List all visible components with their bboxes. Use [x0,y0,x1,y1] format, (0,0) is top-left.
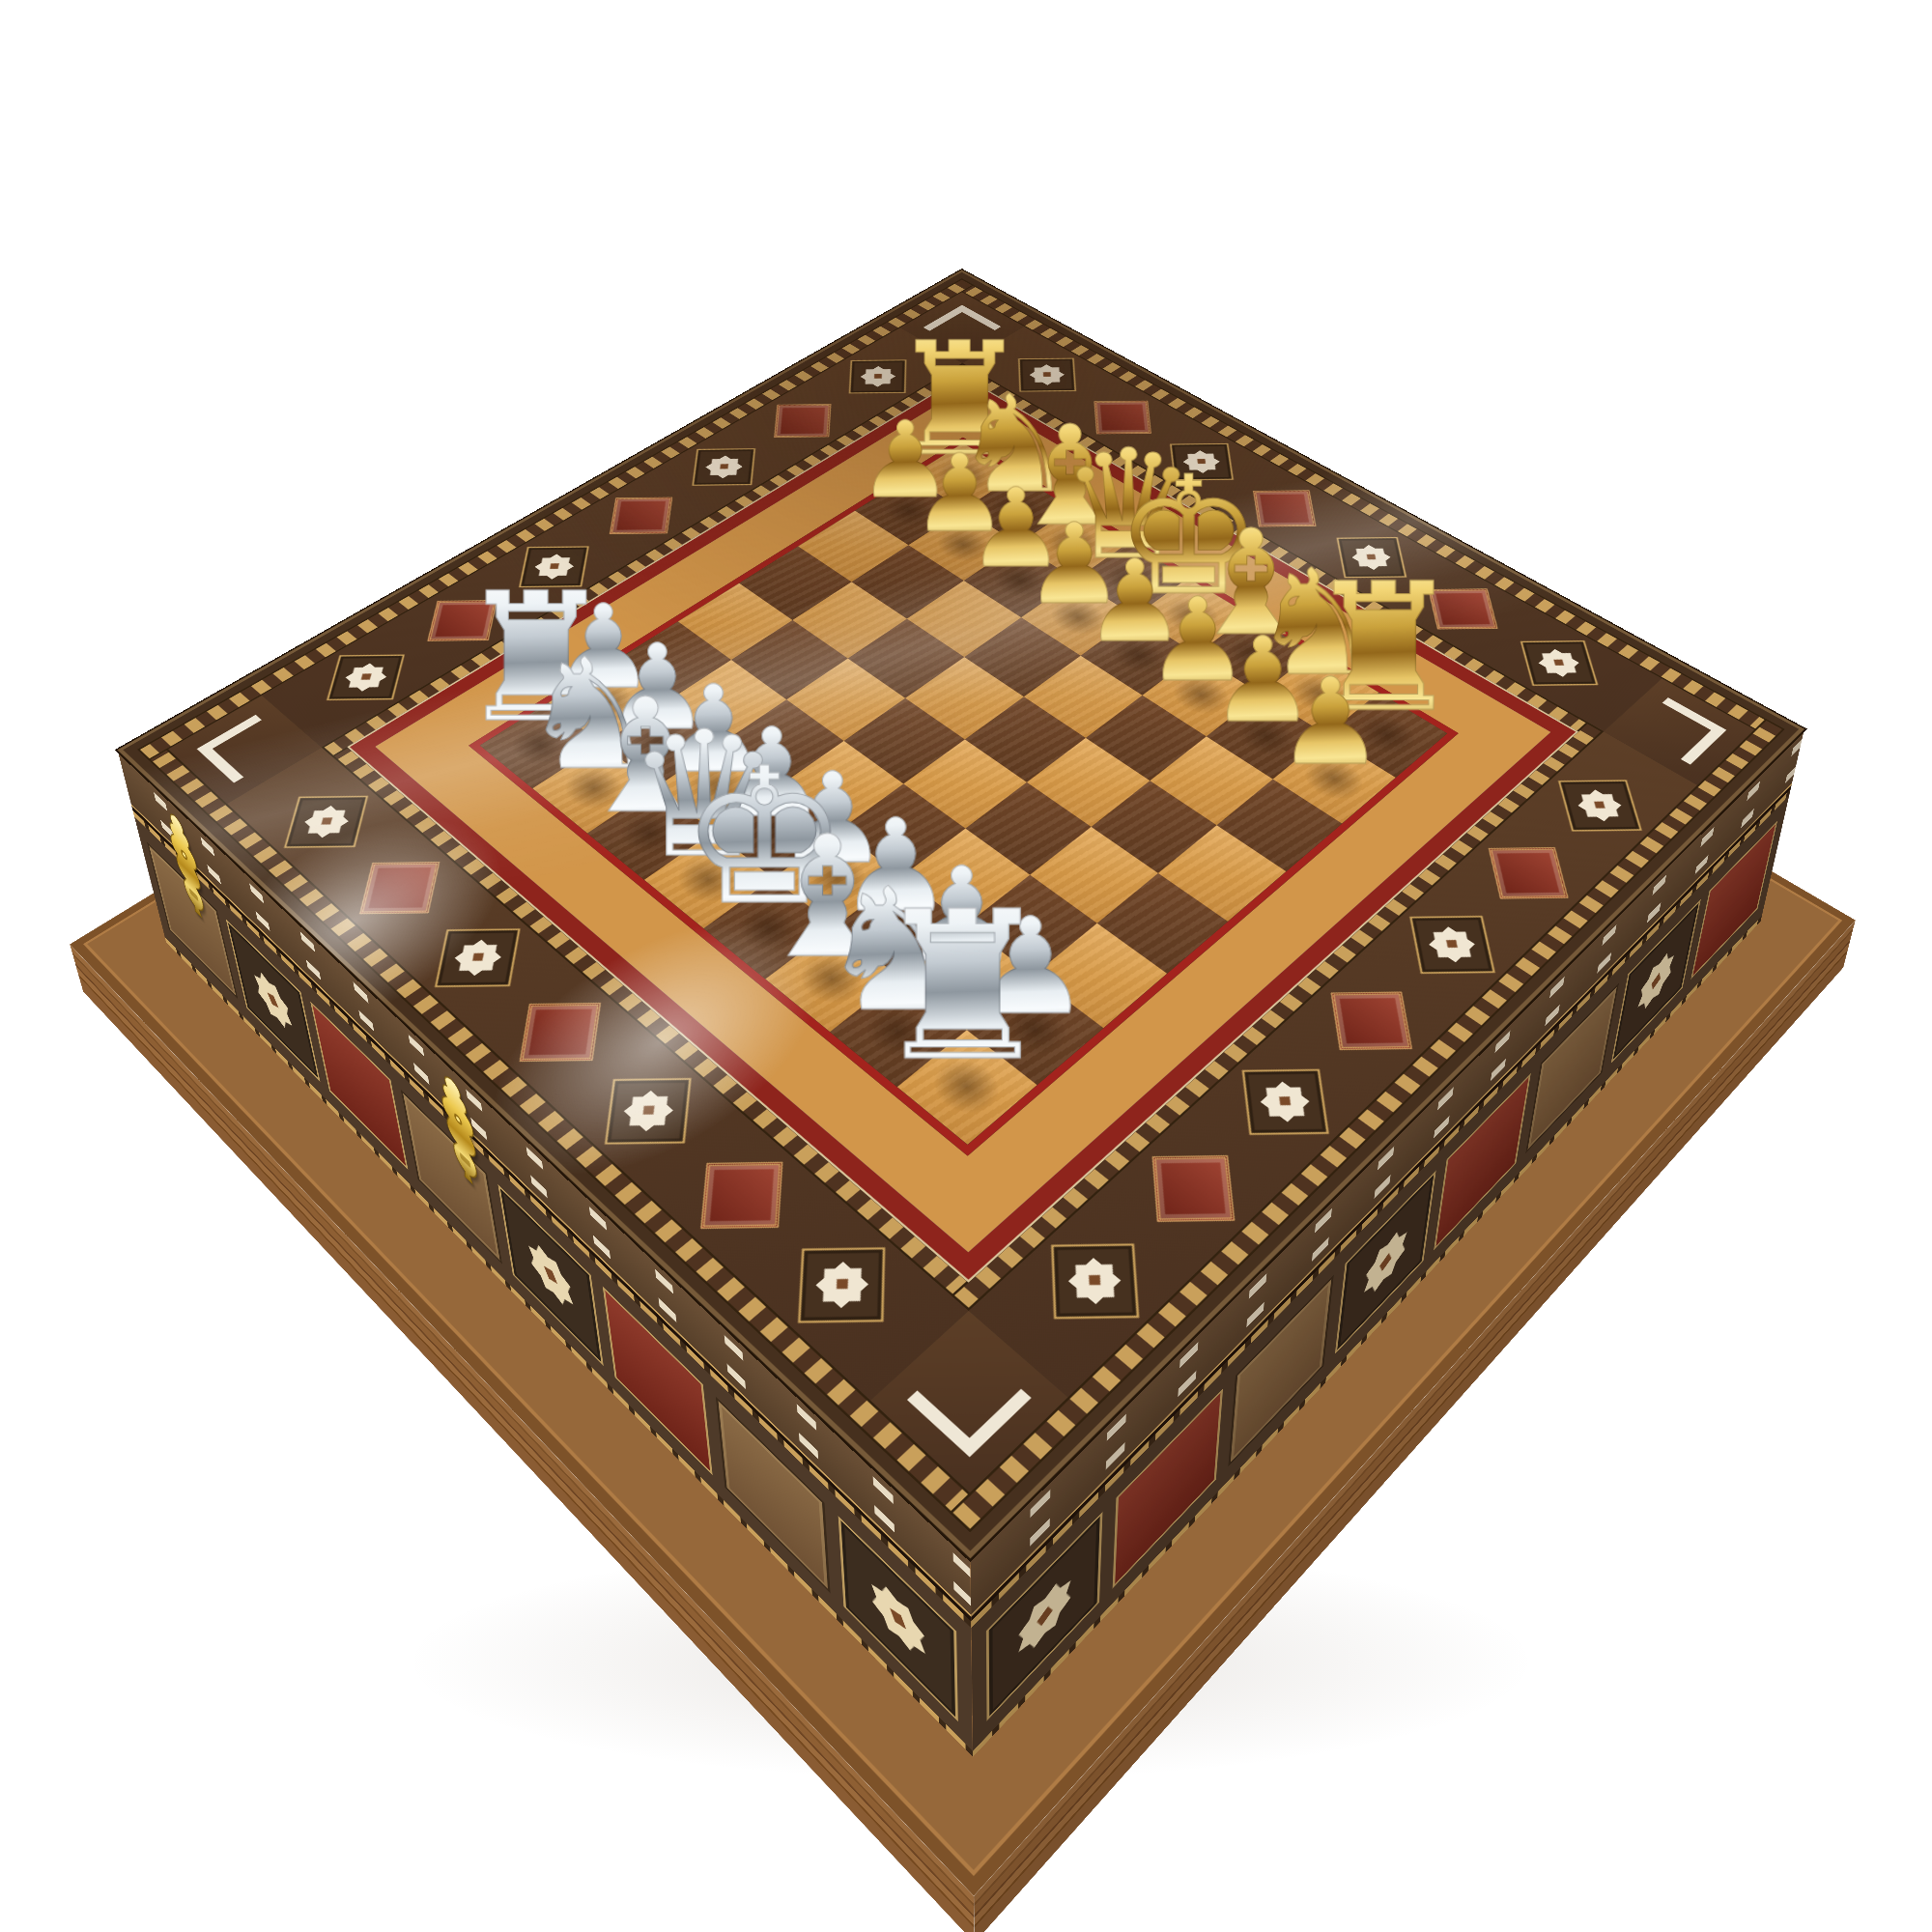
eight-point-star-icon [856,363,900,389]
pinwheel-star-icon [1634,949,1679,1013]
star-motif-icon [1170,443,1234,480]
pinwheel-star-icon [1011,1572,1077,1662]
pinwheel-star-icon [1358,1225,1412,1300]
chess-set-photo: ♜♞♝♛♚♝♞♜♟♟♟♟♟♟♟♟♟♟♟♟♟♟♟♟♜♞♝♛♚♝♞♜ [0,0,1932,1932]
eight-point-star-icon [1533,645,1584,680]
piece-glyph-rook: ♜ [836,885,1089,1090]
pinwheel-star-icon [866,1578,931,1659]
red-diamond-motif [1253,490,1316,526]
star-motif-icon [1018,358,1076,392]
star-motif-icon [692,448,755,486]
red-diamond-motif [1094,401,1151,435]
eight-point-star-icon [700,452,748,481]
eight-point-star-icon [1179,447,1225,476]
pinwheel-star-icon [526,1237,576,1312]
eight-point-star-icon [1025,361,1069,387]
red-diamond-motif [774,404,831,438]
star-motif-icon [849,359,907,393]
board-top-face: ♜♞♝♛♚♝♞♜♟♟♟♟♟♟♟♟♟♟♟♟♟♟♟♟♜♞♝♛♚♝♞♜ [117,270,1804,1558]
red-diamond-motif [610,497,672,534]
pinwheel-star-icon [254,965,292,1035]
piece-glyph-pawn: ♟ [1219,662,1442,781]
